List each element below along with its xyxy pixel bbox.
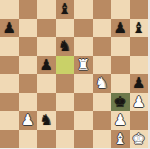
square-b2[interactable]: ♟	[19, 111, 38, 130]
square-a2[interactable]	[0, 111, 19, 130]
square-f5[interactable]	[93, 56, 112, 75]
square-g4[interactable]	[111, 74, 130, 93]
square-f6[interactable]	[93, 37, 112, 56]
square-f7[interactable]	[93, 19, 112, 38]
square-h1[interactable]: ♚	[130, 130, 149, 149]
square-e3[interactable]	[74, 93, 93, 112]
black-pawn[interactable]: ♟	[111, 19, 130, 38]
square-b8[interactable]	[19, 0, 38, 19]
square-h8[interactable]	[130, 0, 149, 19]
square-b7[interactable]	[19, 19, 38, 38]
white-pawn[interactable]: ♟	[19, 111, 38, 130]
square-f4[interactable]: ♞	[93, 74, 112, 93]
white-king[interactable]: ♚	[130, 130, 149, 149]
square-e7[interactable]	[74, 19, 93, 38]
square-d1[interactable]	[56, 130, 75, 149]
black-king[interactable]: ♚	[111, 93, 130, 112]
square-c3[interactable]	[37, 93, 56, 112]
square-f2[interactable]	[93, 111, 112, 130]
square-f3[interactable]	[93, 93, 112, 112]
black-pawn[interactable]: ♟	[37, 56, 56, 75]
square-b4[interactable]	[19, 74, 38, 93]
square-e6[interactable]	[74, 37, 93, 56]
square-c5[interactable]: ♟	[37, 56, 56, 75]
square-c8[interactable]	[37, 0, 56, 19]
square-d4[interactable]	[56, 74, 75, 93]
square-a7[interactable]: ♟	[0, 19, 19, 38]
square-a3[interactable]	[0, 93, 19, 112]
square-c4[interactable]	[37, 74, 56, 93]
white-pawn[interactable]: ♟	[111, 111, 130, 130]
black-pawn[interactable]: ♟	[0, 19, 19, 38]
square-h6[interactable]	[130, 37, 149, 56]
square-b5[interactable]	[19, 56, 38, 75]
square-g1[interactable]: ♝	[111, 130, 130, 149]
square-a1[interactable]	[0, 130, 19, 149]
square-a8[interactable]	[0, 0, 19, 19]
square-f1[interactable]	[93, 130, 112, 149]
square-h7[interactable]: ♝	[130, 19, 149, 38]
square-b3[interactable]	[19, 93, 38, 112]
square-d8[interactable]: ♝	[56, 0, 75, 19]
square-h2[interactable]	[130, 111, 149, 130]
square-a5[interactable]	[0, 56, 19, 75]
square-h3[interactable]: ♟	[130, 93, 149, 112]
square-g2[interactable]: ♟	[111, 111, 130, 130]
square-e2[interactable]	[74, 111, 93, 130]
square-d6[interactable]: ♞	[56, 37, 75, 56]
square-g7[interactable]: ♟	[111, 19, 130, 38]
square-g8[interactable]	[111, 0, 130, 19]
square-e5[interactable]: ♜	[74, 56, 93, 75]
black-bishop[interactable]: ♝	[130, 19, 149, 38]
square-f8[interactable]	[93, 0, 112, 19]
square-a6[interactable]	[0, 37, 19, 56]
black-pawn[interactable]: ♟	[130, 74, 149, 93]
square-d2[interactable]	[56, 111, 75, 130]
page-margin-right	[148, 0, 150, 149]
square-d5[interactable]	[56, 56, 75, 75]
square-c1[interactable]	[37, 130, 56, 149]
square-g6[interactable]	[111, 37, 130, 56]
square-e8[interactable]	[74, 0, 93, 19]
square-h4[interactable]: ♟	[130, 74, 149, 93]
square-b1[interactable]	[19, 130, 38, 149]
square-b6[interactable]	[19, 37, 38, 56]
square-d7[interactable]	[56, 19, 75, 38]
square-g3[interactable]: ♚	[111, 93, 130, 112]
white-pawn[interactable]: ♟	[130, 93, 149, 112]
black-bishop[interactable]: ♝	[56, 0, 75, 19]
square-a4[interactable]	[0, 74, 19, 93]
square-g5[interactable]	[111, 56, 130, 75]
black-knight[interactable]: ♞	[37, 111, 56, 130]
square-c2[interactable]: ♞	[37, 111, 56, 130]
square-h5[interactable]	[130, 56, 149, 75]
square-e1[interactable]	[74, 130, 93, 149]
square-c6[interactable]	[37, 37, 56, 56]
white-bishop[interactable]: ♝	[111, 130, 130, 149]
black-knight[interactable]: ♞	[56, 37, 75, 56]
chess-board: ♝♟♟♝♞♟♜♞♟♚♟♟♞♟♝♚	[0, 0, 148, 148]
page-margin-bottom	[0, 148, 150, 149]
white-knight[interactable]: ♞	[93, 74, 112, 93]
white-rook[interactable]: ♜	[74, 56, 93, 75]
square-d3[interactable]	[56, 93, 75, 112]
square-e4[interactable]	[74, 74, 93, 93]
square-c7[interactable]	[37, 19, 56, 38]
